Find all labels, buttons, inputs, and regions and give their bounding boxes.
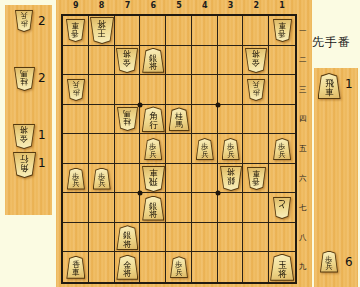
piece-kanji: 歩兵 [68, 80, 84, 100]
file-label: 6 [150, 1, 156, 10]
piece-kanji: 玉将 [271, 255, 293, 280]
captured-count: 2 [38, 71, 46, 85]
board-cell[interactable] [115, 134, 141, 164]
piece-kanji: 香車 [67, 257, 84, 278]
piece-kanji: 歩兵 [68, 169, 84, 189]
piece-kanji: 香車 [248, 168, 265, 189]
piece-kanji: 銀将 [117, 226, 137, 249]
piece-kanji: 歩兵 [321, 252, 337, 272]
board-cell[interactable] [63, 223, 89, 253]
board-cell[interactable] [243, 252, 269, 282]
shogi-board: 香車王将香車金将銀将金将歩兵歩兵桂馬角行桂馬歩兵歩兵歩兵歩兵歩兵歩兵飛車銀将香車… [56, 0, 312, 287]
shogi-piece-歩兵[interactable]: 歩兵 [144, 138, 162, 160]
board-cell[interactable] [192, 105, 218, 135]
captured-count: 1 [345, 77, 353, 91]
shogi-piece-香車[interactable]: 香車 [247, 167, 266, 190]
board-cell[interactable] [166, 164, 192, 194]
shogi-piece-角行[interactable]: 角行 [142, 106, 165, 132]
board-cell[interactable] [166, 16, 192, 46]
board-cell[interactable] [269, 105, 295, 135]
rank-label: 八 [299, 233, 307, 243]
piece-kanji: 金将 [117, 256, 137, 279]
piece-kanji: 飛車 [143, 167, 164, 191]
shogi-piece-銀将[interactable]: 銀将 [142, 196, 164, 221]
board-cell[interactable] [89, 46, 115, 76]
shogi-piece-歩兵[interactable]: 歩兵 [67, 168, 85, 190]
piece-kanji: 桂馬 [15, 68, 34, 90]
piece-kanji: 歩兵 [145, 139, 161, 159]
rank-label: 三 [299, 85, 307, 95]
shogi-piece-銀将[interactable]: 銀将 [142, 48, 164, 73]
board-cell[interactable] [269, 46, 295, 76]
shogi-piece-歩兵[interactable]: 歩兵 [320, 251, 338, 273]
board-cell[interactable] [89, 134, 115, 164]
board-cell[interactable] [192, 193, 218, 223]
piece-kanji: 金将 [14, 125, 34, 148]
piece-kanji: 桂馬 [170, 108, 189, 130]
rank-label: 一 [299, 26, 307, 36]
piece-kanji: 金将 [246, 49, 266, 72]
board-cell[interactable] [115, 164, 141, 194]
shogi-piece-金将[interactable]: 金将 [116, 255, 138, 280]
board-cell[interactable] [166, 46, 192, 76]
board-cell[interactable] [140, 75, 166, 105]
captured-count: 2 [38, 14, 46, 28]
shogi-piece-銀将[interactable]: 銀将 [220, 166, 242, 191]
file-label: 7 [125, 1, 131, 10]
board-cell[interactable] [89, 75, 115, 105]
board-cell[interactable] [218, 75, 244, 105]
piece-kanji: 歩兵 [94, 169, 110, 189]
shogi-piece-歩兵[interactable]: 歩兵 [67, 79, 85, 101]
piece-kanji: 飛車 [319, 74, 340, 98]
shogi-piece-香車[interactable]: 香車 [66, 256, 85, 279]
shogi-piece-歩兵[interactable]: 歩兵 [93, 168, 111, 190]
shogi-piece-角行[interactable]: 角行 [13, 152, 36, 178]
shogi-piece-桂馬[interactable]: 桂馬 [169, 107, 190, 131]
board-cell[interactable] [192, 164, 218, 194]
turn-indicator: 先手番 [312, 34, 351, 51]
board-cell[interactable] [243, 16, 269, 46]
board-cell[interactable] [269, 223, 295, 253]
file-label: 9 [73, 1, 79, 10]
board-cell[interactable] [166, 75, 192, 105]
shogi-piece-香車[interactable]: 香車 [273, 19, 292, 42]
shogi-piece-桂馬[interactable]: 桂馬 [117, 107, 138, 131]
shogi-piece-金将[interactable]: 金将 [116, 48, 138, 73]
piece-kanji: 香車 [274, 20, 291, 41]
shogi-diagram: 歩兵2桂馬2金将1角行1 香車王将香車金将銀将金将歩兵歩兵桂馬角行桂馬歩兵歩兵歩… [0, 0, 360, 287]
board-cell[interactable] [115, 193, 141, 223]
board-cell[interactable] [243, 193, 269, 223]
rank-label: 五 [299, 144, 307, 154]
board-cell[interactable] [140, 223, 166, 253]
shogi-piece-歩兵[interactable]: 歩兵 [170, 256, 188, 278]
board-cell[interactable] [192, 16, 218, 46]
board-cell[interactable] [166, 193, 192, 223]
board-cell[interactable] [218, 16, 244, 46]
board-cell[interactable] [166, 134, 192, 164]
board-cell[interactable] [192, 75, 218, 105]
piece-kanji: 銀将 [143, 49, 163, 72]
rank-label: 二 [299, 55, 307, 65]
board-cell[interactable] [218, 46, 244, 76]
piece-kanji: 歩兵 [16, 11, 32, 31]
piece-kanji: 香車 [67, 20, 84, 41]
shogi-piece-歩兵[interactable]: 歩兵 [222, 138, 240, 160]
file-label: 3 [228, 1, 234, 10]
file-label: 2 [254, 1, 260, 10]
rank-label: 六 [299, 174, 307, 184]
board-cell[interactable] [166, 223, 192, 253]
piece-kanji: 銀将 [143, 197, 163, 220]
piece-kanji: 王将 [91, 18, 113, 43]
board-cell[interactable] [243, 223, 269, 253]
shogi-piece-歩兵[interactable]: 歩兵 [247, 79, 265, 101]
shogi-piece-飛車[interactable]: 飛車 [142, 166, 165, 192]
file-label: 1 [279, 1, 285, 10]
piece-kanji: 角行 [14, 153, 35, 177]
gote-captured-tray: 歩兵2桂馬2金将1角行1 [5, 5, 52, 215]
board-cell[interactable] [243, 105, 269, 135]
piece-kanji: 歩兵 [197, 139, 213, 159]
board-cell[interactable] [243, 134, 269, 164]
board-cell[interactable] [218, 193, 244, 223]
shogi-piece-銀将[interactable]: 銀将 [116, 225, 138, 250]
captured-count: 1 [38, 128, 46, 142]
board-cell[interactable] [192, 223, 218, 253]
file-label: 5 [176, 1, 182, 10]
board-cell[interactable] [140, 252, 166, 282]
board-cell[interactable] [115, 16, 141, 46]
board-cell[interactable] [140, 16, 166, 46]
piece-kanji: 金将 [117, 49, 137, 72]
sente-captured-tray: 飛車1歩兵6 [314, 68, 358, 287]
board-cell[interactable] [89, 105, 115, 135]
board-cell[interactable] [115, 75, 141, 105]
piece-kanji: 歩兵 [248, 80, 264, 100]
shogi-piece-玉将[interactable]: 玉将 [270, 254, 294, 281]
shogi-piece-歩兵[interactable]: 歩兵 [196, 138, 214, 160]
board-cell[interactable] [63, 193, 89, 223]
shogi-piece-桂馬[interactable]: 桂馬 [14, 67, 35, 91]
board-cell[interactable] [63, 134, 89, 164]
file-label: 4 [202, 1, 208, 10]
shogi-piece-香車[interactable]: 香車 [66, 19, 85, 42]
file-label: 8 [99, 1, 105, 10]
rank-label: 四 [299, 114, 307, 124]
piece-kanji: 桂馬 [118, 108, 137, 130]
board-cell[interactable] [89, 223, 115, 253]
captured-count: 1 [38, 156, 46, 170]
board-cell[interactable] [269, 164, 295, 194]
captured-count: 6 [345, 255, 353, 269]
piece-kanji: 歩兵 [274, 139, 290, 159]
piece-kanji: 歩兵 [171, 257, 187, 277]
piece-kanji: 銀将 [221, 167, 241, 190]
board-cell[interactable] [89, 193, 115, 223]
shogi-piece-金将[interactable]: 金将 [13, 124, 35, 149]
board-cell[interactable] [218, 252, 244, 282]
shogi-piece-歩兵[interactable]: 歩兵 [15, 10, 33, 32]
shogi-piece-飛車[interactable]: 飛車 [318, 73, 341, 99]
piece-kanji: 角行 [143, 107, 164, 131]
piece-kanji: 歩兵 [223, 139, 239, 159]
board-cell[interactable] [218, 105, 244, 135]
board-cell[interactable] [269, 75, 295, 105]
shogi-piece-歩兵[interactable]: 歩兵 [273, 138, 291, 160]
board-cell[interactable] [63, 46, 89, 76]
board-cell[interactable] [63, 105, 89, 135]
shogi-piece-と[interactable]: と [273, 197, 291, 219]
board-cell[interactable] [192, 46, 218, 76]
board-cell[interactable] [218, 223, 244, 253]
shogi-piece-金将[interactable]: 金将 [245, 48, 267, 73]
board-cell[interactable] [89, 252, 115, 282]
rank-label: 七 [299, 203, 307, 213]
board-cell[interactable] [192, 252, 218, 282]
piece-kanji: と [274, 198, 290, 218]
rank-label: 九 [299, 262, 307, 272]
shogi-piece-王将[interactable]: 王将 [90, 17, 114, 44]
